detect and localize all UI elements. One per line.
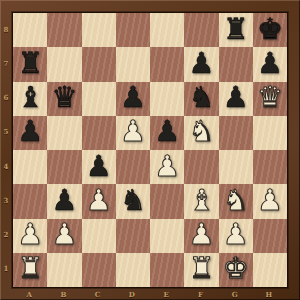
square-c7[interactable] <box>82 47 116 81</box>
square-e7[interactable] <box>150 47 184 81</box>
rank-label-6: 6 <box>0 81 12 115</box>
white-pawn[interactable]: ♟ <box>223 220 249 249</box>
square-b6[interactable]: ♛ <box>47 82 81 116</box>
square-b3[interactable]: ♟ <box>47 184 81 218</box>
square-b5[interactable] <box>47 116 81 150</box>
black-queen[interactable]: ♛ <box>51 83 77 112</box>
black-pawn[interactable]: ♟ <box>188 49 214 78</box>
square-a8[interactable] <box>13 13 47 47</box>
black-pawn[interactable]: ♟ <box>51 186 77 215</box>
black-pawn[interactable]: ♟ <box>17 117 43 146</box>
square-b2[interactable]: ♟ <box>47 219 81 253</box>
square-b8[interactable] <box>47 13 81 47</box>
black-rook[interactable]: ♜ <box>17 49 43 78</box>
square-g5[interactable] <box>219 116 253 150</box>
black-knight[interactable]: ♞ <box>120 186 146 215</box>
square-e1[interactable] <box>150 253 184 287</box>
square-g6[interactable]: ♟ <box>219 82 253 116</box>
file-label-h: H <box>252 288 286 300</box>
chessboard-widget: ♜♚♜♟♟♝♛♟♞♟♛♟♟♟♞♟♟♟♟♞♝♞♟♟♟♟♟♜♜♚ 87654321 … <box>0 0 300 300</box>
white-pawn[interactable]: ♟ <box>120 117 146 146</box>
white-pawn[interactable]: ♟ <box>17 220 43 249</box>
square-h2[interactable] <box>253 219 287 253</box>
file-label-f: F <box>183 288 217 300</box>
square-c1[interactable] <box>82 253 116 287</box>
white-pawn[interactable]: ♟ <box>188 220 214 249</box>
square-a3[interactable] <box>13 184 47 218</box>
square-f6[interactable]: ♞ <box>184 82 218 116</box>
white-knight[interactable]: ♞ <box>188 117 214 146</box>
square-d3[interactable]: ♞ <box>116 184 150 218</box>
square-d5[interactable]: ♟ <box>116 116 150 150</box>
square-f5[interactable]: ♞ <box>184 116 218 150</box>
rank-label-7: 7 <box>0 46 12 80</box>
black-pawn[interactable]: ♟ <box>86 152 112 181</box>
square-g7[interactable] <box>219 47 253 81</box>
square-b7[interactable] <box>47 47 81 81</box>
square-d6[interactable]: ♟ <box>116 82 150 116</box>
square-a4[interactable] <box>13 150 47 184</box>
square-h5[interactable] <box>253 116 287 150</box>
square-f8[interactable] <box>184 13 218 47</box>
square-e4[interactable]: ♟ <box>150 150 184 184</box>
square-c6[interactable] <box>82 82 116 116</box>
file-label-g: G <box>218 288 252 300</box>
black-bishop[interactable]: ♝ <box>17 83 43 112</box>
white-pawn[interactable]: ♟ <box>86 186 112 215</box>
square-d2[interactable] <box>116 219 150 253</box>
square-g4[interactable] <box>219 150 253 184</box>
black-knight[interactable]: ♞ <box>188 83 214 112</box>
square-a6[interactable]: ♝ <box>13 82 47 116</box>
square-g8[interactable]: ♜ <box>219 13 253 47</box>
square-c3[interactable]: ♟ <box>82 184 116 218</box>
square-g1[interactable]: ♚ <box>219 253 253 287</box>
white-bishop[interactable]: ♝ <box>188 186 214 215</box>
square-d8[interactable] <box>116 13 150 47</box>
white-rook[interactable]: ♜ <box>17 254 43 283</box>
square-h3[interactable]: ♟ <box>253 184 287 218</box>
square-h7[interactable]: ♟ <box>253 47 287 81</box>
white-rook[interactable]: ♜ <box>188 254 214 283</box>
square-h1[interactable] <box>253 253 287 287</box>
file-label-e: E <box>149 288 183 300</box>
square-b1[interactable] <box>47 253 81 287</box>
square-d7[interactable] <box>116 47 150 81</box>
square-h8[interactable]: ♚ <box>253 13 287 47</box>
square-e8[interactable] <box>150 13 184 47</box>
rank-label-8: 8 <box>0 12 12 46</box>
square-f3[interactable]: ♝ <box>184 184 218 218</box>
file-label-a: A <box>12 288 46 300</box>
rank-label-3: 3 <box>0 183 12 217</box>
chess-board[interactable]: ♜♚♜♟♟♝♛♟♞♟♛♟♟♟♞♟♟♟♟♞♝♞♟♟♟♟♟♜♜♚ <box>12 12 288 288</box>
white-knight[interactable]: ♞ <box>223 186 249 215</box>
square-a5[interactable]: ♟ <box>13 116 47 150</box>
square-d1[interactable] <box>116 253 150 287</box>
file-label-d: D <box>115 288 149 300</box>
rank-label-5: 5 <box>0 115 12 149</box>
square-f2[interactable]: ♟ <box>184 219 218 253</box>
black-pawn[interactable]: ♟ <box>257 49 283 78</box>
square-g2[interactable]: ♟ <box>219 219 253 253</box>
file-label-c: C <box>81 288 115 300</box>
file-label-b: B <box>46 288 80 300</box>
white-king[interactable]: ♚ <box>223 254 249 283</box>
square-f7[interactable]: ♟ <box>184 47 218 81</box>
square-e5[interactable]: ♟ <box>150 116 184 150</box>
square-h6[interactable]: ♛ <box>253 82 287 116</box>
square-e2[interactable] <box>150 219 184 253</box>
square-a7[interactable]: ♜ <box>13 47 47 81</box>
black-rook[interactable]: ♜ <box>223 15 249 44</box>
white-pawn[interactable]: ♟ <box>154 152 180 181</box>
square-e3[interactable] <box>150 184 184 218</box>
rank-label-4: 4 <box>0 149 12 183</box>
square-a2[interactable]: ♟ <box>13 219 47 253</box>
black-king[interactable]: ♚ <box>257 15 283 44</box>
square-b4[interactable] <box>47 150 81 184</box>
black-pawn[interactable]: ♟ <box>120 83 146 112</box>
square-f4[interactable] <box>184 150 218 184</box>
white-pawn[interactable]: ♟ <box>257 186 283 215</box>
black-pawn[interactable]: ♟ <box>154 117 180 146</box>
rank-label-1: 1 <box>0 252 12 286</box>
square-f1[interactable]: ♜ <box>184 253 218 287</box>
square-g3[interactable]: ♞ <box>219 184 253 218</box>
square-e6[interactable] <box>150 82 184 116</box>
square-h4[interactable] <box>253 150 287 184</box>
square-d4[interactable] <box>116 150 150 184</box>
square-c5[interactable] <box>82 116 116 150</box>
square-c2[interactable] <box>82 219 116 253</box>
white-queen[interactable]: ♛ <box>257 83 283 112</box>
square-c4[interactable]: ♟ <box>82 150 116 184</box>
white-pawn[interactable]: ♟ <box>51 220 77 249</box>
black-pawn[interactable]: ♟ <box>223 83 249 112</box>
square-c8[interactable] <box>82 13 116 47</box>
rank-label-2: 2 <box>0 218 12 252</box>
square-a1[interactable]: ♜ <box>13 253 47 287</box>
